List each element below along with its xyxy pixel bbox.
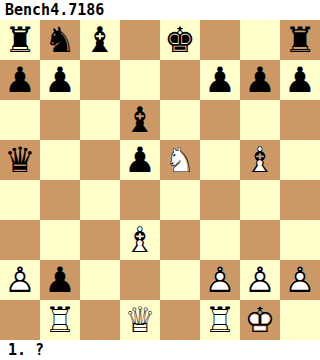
square-h1[interactable] <box>280 300 320 340</box>
square-a1[interactable] <box>0 300 40 340</box>
square-e8[interactable]: ♚ <box>160 20 200 60</box>
square-f8[interactable] <box>200 20 240 60</box>
piece-white-bishop: ♝♗ <box>240 140 280 180</box>
square-h2[interactable]: ♟♙ <box>280 260 320 300</box>
square-g2[interactable]: ♟♙ <box>240 260 280 300</box>
square-e5[interactable]: ♞♘ <box>160 140 200 180</box>
square-g8[interactable] <box>240 20 280 60</box>
piece-black-pawn: ♟ <box>280 60 320 100</box>
square-b1[interactable]: ♜♖ <box>40 300 80 340</box>
square-d2[interactable] <box>120 260 160 300</box>
square-g4[interactable] <box>240 180 280 220</box>
square-d1[interactable]: ♛♕ <box>120 300 160 340</box>
square-b2[interactable]: ♟ <box>40 260 80 300</box>
piece-white-pawn: ♟♙ <box>0 260 40 300</box>
square-h8[interactable]: ♜ <box>280 20 320 60</box>
square-b3[interactable] <box>40 220 80 260</box>
square-c3[interactable] <box>80 220 120 260</box>
square-c2[interactable] <box>80 260 120 300</box>
chess-board: ♜♞♝♚♜♟♟♟♟♟♝♛♟♞♘♝♗♝♗♟♙♟♟♙♟♙♟♙♜♖♛♕♜♖♚♔ <box>0 20 320 340</box>
square-f7[interactable]: ♟ <box>200 60 240 100</box>
piece-black-pawn: ♟ <box>200 60 240 100</box>
square-a2[interactable]: ♟♙ <box>0 260 40 300</box>
square-g5[interactable]: ♝♗ <box>240 140 280 180</box>
square-h7[interactable]: ♟ <box>280 60 320 100</box>
square-c1[interactable] <box>80 300 120 340</box>
square-e2[interactable] <box>160 260 200 300</box>
square-c8[interactable]: ♝ <box>80 20 120 60</box>
square-b7[interactable]: ♟ <box>40 60 80 100</box>
square-a4[interactable] <box>0 180 40 220</box>
square-f6[interactable] <box>200 100 240 140</box>
square-d7[interactable] <box>120 60 160 100</box>
square-h5[interactable] <box>280 140 320 180</box>
square-d6[interactable]: ♝ <box>120 100 160 140</box>
piece-black-bishop: ♝ <box>120 100 160 140</box>
square-h3[interactable] <box>280 220 320 260</box>
square-d5[interactable]: ♟ <box>120 140 160 180</box>
square-f2[interactable]: ♟♙ <box>200 260 240 300</box>
piece-black-king: ♚ <box>160 20 200 60</box>
square-e1[interactable] <box>160 300 200 340</box>
square-b6[interactable] <box>40 100 80 140</box>
square-a5[interactable]: ♛ <box>0 140 40 180</box>
piece-black-pawn: ♟ <box>120 140 160 180</box>
square-d3[interactable]: ♝♗ <box>120 220 160 260</box>
piece-black-rook: ♜ <box>0 20 40 60</box>
piece-white-bishop: ♝♗ <box>120 220 160 260</box>
square-g7[interactable]: ♟ <box>240 60 280 100</box>
move-prompt: 1. ? <box>0 340 320 360</box>
piece-white-pawn: ♟♙ <box>280 260 320 300</box>
piece-black-rook: ♜ <box>280 20 320 60</box>
piece-white-knight: ♞♘ <box>160 140 200 180</box>
square-f3[interactable] <box>200 220 240 260</box>
square-b8[interactable]: ♞ <box>40 20 80 60</box>
square-g3[interactable] <box>240 220 280 260</box>
piece-black-pawn: ♟ <box>240 60 280 100</box>
square-d4[interactable] <box>120 180 160 220</box>
square-c6[interactable] <box>80 100 120 140</box>
square-h4[interactable] <box>280 180 320 220</box>
piece-black-knight: ♞ <box>40 20 80 60</box>
square-c7[interactable] <box>80 60 120 100</box>
piece-white-king: ♚♔ <box>240 300 280 340</box>
piece-black-pawn: ♟ <box>40 60 80 100</box>
square-b4[interactable] <box>40 180 80 220</box>
square-g6[interactable] <box>240 100 280 140</box>
square-c5[interactable] <box>80 140 120 180</box>
piece-black-pawn: ♟ <box>40 260 80 300</box>
square-b5[interactable] <box>40 140 80 180</box>
square-f4[interactable] <box>200 180 240 220</box>
square-e4[interactable] <box>160 180 200 220</box>
square-a3[interactable] <box>0 220 40 260</box>
piece-black-bishop: ♝ <box>80 20 120 60</box>
square-g1[interactable]: ♚♔ <box>240 300 280 340</box>
square-e3[interactable] <box>160 220 200 260</box>
square-e7[interactable] <box>160 60 200 100</box>
square-c4[interactable] <box>80 180 120 220</box>
square-a7[interactable]: ♟ <box>0 60 40 100</box>
piece-white-pawn: ♟♙ <box>200 260 240 300</box>
piece-white-rook: ♜♖ <box>200 300 240 340</box>
window-title: Bench4.7186 <box>0 0 320 20</box>
square-f5[interactable] <box>200 140 240 180</box>
square-d8[interactable] <box>120 20 160 60</box>
piece-white-rook: ♜♖ <box>40 300 80 340</box>
piece-white-queen: ♛♕ <box>120 300 160 340</box>
square-f1[interactable]: ♜♖ <box>200 300 240 340</box>
square-e6[interactable] <box>160 100 200 140</box>
piece-black-pawn: ♟ <box>0 60 40 100</box>
piece-white-pawn: ♟♙ <box>240 260 280 300</box>
square-h6[interactable] <box>280 100 320 140</box>
square-a6[interactable] <box>0 100 40 140</box>
square-a8[interactable]: ♜ <box>0 20 40 60</box>
piece-black-queen: ♛ <box>0 140 40 180</box>
